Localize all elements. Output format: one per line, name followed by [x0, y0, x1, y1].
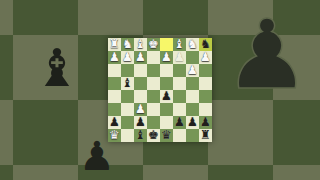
white-pawn-a2[interactable]: ♟	[200, 51, 211, 64]
background-square	[273, 165, 320, 180]
square-h4[interactable]	[108, 77, 121, 90]
square-a3[interactable]	[199, 64, 212, 77]
square-h2[interactable]: ♟	[108, 51, 121, 64]
black-pawn-c7[interactable]: ♟	[174, 116, 185, 129]
black-king-e8[interactable]: ♚	[148, 129, 159, 142]
white-pawn-h2[interactable]: ♟	[109, 51, 120, 64]
black-pawn-d5[interactable]: ♟	[161, 90, 172, 103]
background-pawn-silhouette-right: ♟	[224, 7, 310, 103]
square-g8[interactable]	[121, 129, 134, 142]
background-square	[0, 35, 13, 100]
background-square	[13, 100, 78, 165]
square-h8[interactable]: ♛	[108, 129, 121, 142]
square-b4[interactable]	[186, 77, 199, 90]
square-c2[interactable]: ♟	[173, 51, 186, 64]
background-square	[143, 0, 208, 35]
square-h5[interactable]	[108, 90, 121, 103]
square-d3[interactable]	[160, 64, 173, 77]
square-c3[interactable]	[173, 64, 186, 77]
square-b1[interactable]: ♞	[186, 38, 199, 51]
white-knight-b1[interactable]: ♞	[187, 38, 198, 51]
square-f4[interactable]	[134, 77, 147, 90]
white-queen-h8[interactable]: ♛	[109, 129, 120, 142]
square-g2[interactable]: ♟	[121, 51, 134, 64]
chess-board[interactable]: ♜♞♝♚♝♞♞♟♟♟♟♟♟♟♝♟♟♟♟♟♟♟♛♝♚♛♜	[108, 38, 212, 142]
square-h3[interactable]	[108, 64, 121, 77]
square-a8[interactable]: ♜	[199, 129, 212, 142]
square-d2[interactable]: ♟	[160, 51, 173, 64]
background-square	[0, 165, 13, 180]
white-pawn-b3[interactable]: ♟	[187, 64, 198, 77]
square-e4[interactable]	[147, 77, 160, 90]
white-pawn-g2[interactable]: ♟	[122, 51, 133, 64]
background-square	[208, 165, 273, 180]
background-square	[78, 0, 143, 35]
white-pawn-f2[interactable]: ♟	[135, 51, 146, 64]
square-e5[interactable]	[147, 90, 160, 103]
square-b5[interactable]	[186, 90, 199, 103]
square-c5[interactable]	[173, 90, 186, 103]
background-square	[0, 0, 13, 35]
black-queen-d8[interactable]: ♛	[161, 129, 172, 142]
square-c8[interactable]	[173, 129, 186, 142]
black-bishop-f8[interactable]: ♝	[135, 129, 146, 142]
ghost-white-pawn-c2[interactable]: ♟	[174, 51, 185, 64]
square-g5[interactable]	[121, 90, 134, 103]
square-c7[interactable]: ♟	[173, 116, 186, 129]
square-f2[interactable]: ♟	[134, 51, 147, 64]
square-d8[interactable]: ♛	[160, 129, 173, 142]
square-b8[interactable]	[186, 129, 199, 142]
square-g7[interactable]	[121, 116, 134, 129]
square-g4[interactable]: ♝	[121, 77, 134, 90]
square-e3[interactable]	[147, 64, 160, 77]
square-f3[interactable]	[134, 64, 147, 77]
square-b7[interactable]: ♟	[186, 116, 199, 129]
background-square	[13, 165, 78, 180]
square-b3[interactable]: ♟	[186, 64, 199, 77]
square-f8[interactable]: ♝	[134, 129, 147, 142]
background-pawn-silhouette-bottom: ♟	[79, 136, 115, 176]
square-e6[interactable]	[147, 103, 160, 116]
video-frame: ♝♟♟ ♜♞♝♚♝♞♞♟♟♟♟♟♟♟♝♟♟♟♟♟♟♟♛♝♚♛♜	[0, 0, 320, 180]
background-square	[13, 0, 78, 35]
square-d5[interactable]: ♟	[160, 90, 173, 103]
square-e8[interactable]: ♚	[147, 129, 160, 142]
background-bishop-silhouette: ♝	[34, 42, 81, 94]
square-a5[interactable]	[199, 90, 212, 103]
background-square	[143, 165, 208, 180]
white-king-e1[interactable]: ♚	[148, 38, 159, 51]
square-a4[interactable]	[199, 77, 212, 90]
square-e2[interactable]	[147, 51, 160, 64]
background-square	[0, 100, 13, 165]
black-bishop-g4[interactable]: ♝	[122, 77, 133, 90]
square-d6[interactable]	[160, 103, 173, 116]
square-a2[interactable]: ♟	[199, 51, 212, 64]
square-e1[interactable]: ♚	[147, 38, 160, 51]
white-pawn-d2[interactable]: ♟	[161, 51, 172, 64]
black-pawn-b7[interactable]: ♟	[187, 116, 198, 129]
black-rook-a8[interactable]: ♜	[200, 129, 211, 142]
square-g6[interactable]	[121, 103, 134, 116]
square-c4[interactable]	[173, 77, 186, 90]
